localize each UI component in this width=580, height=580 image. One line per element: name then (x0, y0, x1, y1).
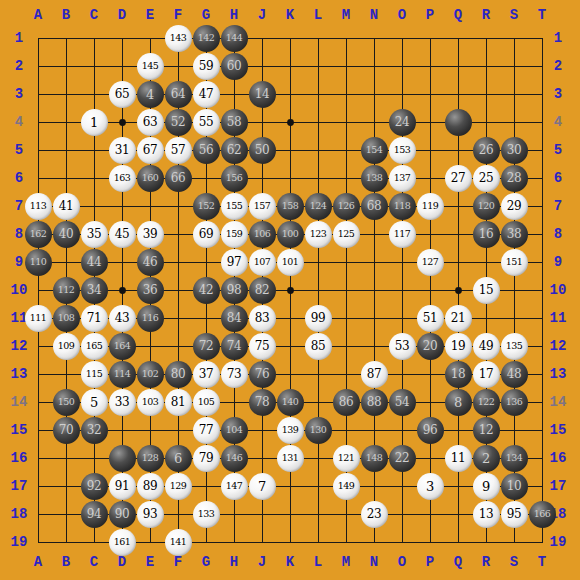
intersection-T2[interactable] (528, 52, 556, 80)
intersection-Q17[interactable] (444, 472, 472, 500)
intersection-N7[interactable]: 68 (360, 192, 388, 220)
white-stone-S7[interactable]: 29 (501, 193, 528, 220)
intersection-Q12[interactable]: 19 (444, 332, 472, 360)
intersection-A2[interactable] (24, 52, 52, 80)
intersection-M12[interactable] (332, 332, 360, 360)
intersection-Q6[interactable]: 27 (444, 164, 472, 192)
intersection-G3[interactable]: 47 (192, 80, 220, 108)
intersection-H4[interactable]: 58 (220, 108, 248, 136)
intersection-P11[interactable]: 51 (416, 304, 444, 332)
black-stone-E16[interactable]: 128 (137, 445, 164, 472)
intersection-J17[interactable]: 7 (248, 472, 276, 500)
black-stone-B15[interactable]: 70 (53, 417, 80, 444)
intersection-F14[interactable]: 81 (164, 388, 192, 416)
intersection-F1[interactable]: 143 (164, 24, 192, 52)
intersection-M15[interactable] (332, 416, 360, 444)
white-stone-G15[interactable]: 77 (193, 417, 220, 444)
intersection-D5[interactable]: 31 (108, 136, 136, 164)
intersection-A12[interactable] (24, 332, 52, 360)
white-stone-J11[interactable]: 83 (249, 305, 276, 332)
intersection-B18[interactable] (52, 500, 80, 528)
intersection-L10[interactable] (304, 276, 332, 304)
intersection-S16[interactable]: 134 (500, 444, 528, 472)
intersection-O2[interactable] (388, 52, 416, 80)
intersection-H11[interactable]: 84 (220, 304, 248, 332)
intersection-H9[interactable]: 97 (220, 248, 248, 276)
black-stone-H16[interactable]: 146 (221, 445, 248, 472)
intersection-R19[interactable] (472, 528, 500, 556)
intersection-N1[interactable] (360, 24, 388, 52)
white-stone-C8[interactable]: 35 (81, 221, 108, 248)
intersection-F5[interactable]: 57 (164, 136, 192, 164)
black-stone-J5[interactable]: 50 (249, 137, 276, 164)
white-stone-O6[interactable]: 137 (389, 165, 416, 192)
black-stone-R16[interactable]: 2 (473, 445, 500, 472)
intersection-L2[interactable] (304, 52, 332, 80)
intersection-T17[interactable] (528, 472, 556, 500)
white-stone-P9[interactable]: 127 (417, 249, 444, 276)
intersection-D10[interactable] (108, 276, 136, 304)
white-stone-C4[interactable]: 1 (81, 109, 108, 136)
intersection-B16[interactable] (52, 444, 80, 472)
black-stone-Q13[interactable]: 18 (445, 361, 472, 388)
intersection-O18[interactable] (388, 500, 416, 528)
intersection-D3[interactable]: 65 (108, 80, 136, 108)
intersection-P9[interactable]: 127 (416, 248, 444, 276)
intersection-K1[interactable] (276, 24, 304, 52)
intersection-P12[interactable]: 20 (416, 332, 444, 360)
black-stone-Q4[interactable] (445, 109, 472, 136)
black-stone-C9[interactable]: 44 (81, 249, 108, 276)
white-stone-R10[interactable]: 15 (473, 277, 500, 304)
intersection-J8[interactable]: 106 (248, 220, 276, 248)
white-stone-R6[interactable]: 25 (473, 165, 500, 192)
intersection-T7[interactable] (528, 192, 556, 220)
black-stone-M7[interactable]: 126 (333, 193, 360, 220)
intersection-Q18[interactable] (444, 500, 472, 528)
intersection-E1[interactable] (136, 24, 164, 52)
white-stone-H9[interactable]: 97 (221, 249, 248, 276)
intersection-G8[interactable]: 69 (192, 220, 220, 248)
intersection-H18[interactable] (220, 500, 248, 528)
intersection-O9[interactable] (388, 248, 416, 276)
intersection-D17[interactable]: 91 (108, 472, 136, 500)
black-stone-R5[interactable]: 26 (473, 137, 500, 164)
intersection-S3[interactable] (500, 80, 528, 108)
intersection-R1[interactable] (472, 24, 500, 52)
intersection-P7[interactable]: 119 (416, 192, 444, 220)
white-stone-D19[interactable]: 161 (109, 529, 136, 556)
intersection-L15[interactable]: 130 (304, 416, 332, 444)
black-stone-F16[interactable]: 6 (165, 445, 192, 472)
intersection-P18[interactable] (416, 500, 444, 528)
white-stone-S9[interactable]: 151 (501, 249, 528, 276)
intersection-J9[interactable]: 107 (248, 248, 276, 276)
black-stone-H11[interactable]: 84 (221, 305, 248, 332)
white-stone-Q6[interactable]: 27 (445, 165, 472, 192)
intersection-M9[interactable] (332, 248, 360, 276)
white-stone-F19[interactable]: 141 (165, 529, 192, 556)
intersection-T15[interactable] (528, 416, 556, 444)
intersection-E4[interactable]: 63 (136, 108, 164, 136)
intersection-L11[interactable]: 99 (304, 304, 332, 332)
intersection-R4[interactable] (472, 108, 500, 136)
white-stone-L11[interactable]: 99 (305, 305, 332, 332)
intersection-G19[interactable] (192, 528, 220, 556)
intersection-E2[interactable]: 145 (136, 52, 164, 80)
white-stone-N13[interactable]: 87 (361, 361, 388, 388)
intersection-C15[interactable]: 32 (80, 416, 108, 444)
intersection-Q19[interactable] (444, 528, 472, 556)
white-stone-D17[interactable]: 91 (109, 473, 136, 500)
intersection-M19[interactable] (332, 528, 360, 556)
intersection-B14[interactable]: 150 (52, 388, 80, 416)
intersection-S7[interactable]: 29 (500, 192, 528, 220)
intersection-S13[interactable]: 48 (500, 360, 528, 388)
black-stone-R15[interactable]: 12 (473, 417, 500, 444)
intersection-B8[interactable]: 40 (52, 220, 80, 248)
intersection-P15[interactable]: 96 (416, 416, 444, 444)
white-stone-R13[interactable]: 17 (473, 361, 500, 388)
intersection-B7[interactable]: 41 (52, 192, 80, 220)
intersection-F19[interactable]: 141 (164, 528, 192, 556)
black-stone-R8[interactable]: 16 (473, 221, 500, 248)
black-stone-N16[interactable]: 148 (361, 445, 388, 472)
intersection-T13[interactable] (528, 360, 556, 388)
black-stone-H15[interactable]: 104 (221, 417, 248, 444)
black-stone-H10[interactable]: 98 (221, 277, 248, 304)
intersection-D11[interactable]: 43 (108, 304, 136, 332)
intersection-L4[interactable] (304, 108, 332, 136)
intersection-M8[interactable]: 125 (332, 220, 360, 248)
intersection-T12[interactable] (528, 332, 556, 360)
intersection-H7[interactable]: 155 (220, 192, 248, 220)
intersection-L1[interactable] (304, 24, 332, 52)
intersection-B3[interactable] (52, 80, 80, 108)
black-stone-E11[interactable]: 116 (137, 305, 164, 332)
intersection-C12[interactable]: 165 (80, 332, 108, 360)
intersection-N15[interactable] (360, 416, 388, 444)
white-stone-D3[interactable]: 65 (109, 81, 136, 108)
intersection-E16[interactable]: 128 (136, 444, 164, 472)
black-stone-K8[interactable]: 100 (277, 221, 304, 248)
intersection-A16[interactable] (24, 444, 52, 472)
intersection-M10[interactable] (332, 276, 360, 304)
intersection-G9[interactable] (192, 248, 220, 276)
white-stone-B12[interactable]: 109 (53, 333, 80, 360)
intersection-H6[interactable]: 156 (220, 164, 248, 192)
intersection-T3[interactable] (528, 80, 556, 108)
intersection-Q11[interactable]: 21 (444, 304, 472, 332)
intersection-E11[interactable]: 116 (136, 304, 164, 332)
intersection-A19[interactable] (24, 528, 52, 556)
black-stone-C18[interactable]: 94 (81, 501, 108, 528)
intersection-G6[interactable] (192, 164, 220, 192)
white-stone-M17[interactable]: 149 (333, 473, 360, 500)
intersection-G5[interactable]: 56 (192, 136, 220, 164)
white-stone-H7[interactable]: 155 (221, 193, 248, 220)
intersection-C6[interactable] (80, 164, 108, 192)
intersection-B1[interactable] (52, 24, 80, 52)
intersection-M18[interactable] (332, 500, 360, 528)
intersection-O4[interactable]: 24 (388, 108, 416, 136)
black-stone-D18[interactable]: 90 (109, 501, 136, 528)
intersection-C13[interactable]: 115 (80, 360, 108, 388)
black-stone-P15[interactable]: 96 (417, 417, 444, 444)
black-stone-L7[interactable]: 124 (305, 193, 332, 220)
intersection-C18[interactable]: 94 (80, 500, 108, 528)
black-stone-H4[interactable]: 58 (221, 109, 248, 136)
intersection-Q10[interactable] (444, 276, 472, 304)
intersection-B15[interactable]: 70 (52, 416, 80, 444)
intersection-R8[interactable]: 16 (472, 220, 500, 248)
white-stone-E4[interactable]: 63 (137, 109, 164, 136)
intersection-K11[interactable] (276, 304, 304, 332)
intersection-T10[interactable] (528, 276, 556, 304)
intersection-S5[interactable]: 30 (500, 136, 528, 164)
intersection-L9[interactable] (304, 248, 332, 276)
intersection-M5[interactable] (332, 136, 360, 164)
intersection-O10[interactable] (388, 276, 416, 304)
intersection-P1[interactable] (416, 24, 444, 52)
intersection-R16[interactable]: 2 (472, 444, 500, 472)
intersection-K17[interactable] (276, 472, 304, 500)
intersection-C7[interactable] (80, 192, 108, 220)
intersection-T5[interactable] (528, 136, 556, 164)
intersection-P8[interactable] (416, 220, 444, 248)
intersection-N19[interactable] (360, 528, 388, 556)
black-stone-K14[interactable]: 140 (277, 389, 304, 416)
black-stone-D16[interactable] (109, 445, 136, 472)
intersection-J3[interactable]: 14 (248, 80, 276, 108)
intersection-H19[interactable] (220, 528, 248, 556)
intersection-P6[interactable] (416, 164, 444, 192)
intersection-H16[interactable]: 146 (220, 444, 248, 472)
intersection-M11[interactable] (332, 304, 360, 332)
intersection-P13[interactable] (416, 360, 444, 388)
intersection-K18[interactable] (276, 500, 304, 528)
white-stone-D14[interactable]: 33 (109, 389, 136, 416)
intersection-N9[interactable] (360, 248, 388, 276)
white-stone-Q16[interactable]: 11 (445, 445, 472, 472)
intersection-E13[interactable]: 102 (136, 360, 164, 388)
intersection-K7[interactable]: 158 (276, 192, 304, 220)
intersection-A9[interactable]: 110 (24, 248, 52, 276)
intersection-A6[interactable] (24, 164, 52, 192)
intersection-E10[interactable]: 36 (136, 276, 164, 304)
white-stone-L12[interactable]: 85 (305, 333, 332, 360)
black-stone-B10[interactable]: 112 (53, 277, 80, 304)
black-stone-E6[interactable]: 160 (137, 165, 164, 192)
black-stone-C10[interactable]: 34 (81, 277, 108, 304)
intersection-A14[interactable] (24, 388, 52, 416)
intersection-C5[interactable] (80, 136, 108, 164)
intersection-T6[interactable] (528, 164, 556, 192)
intersection-F17[interactable]: 129 (164, 472, 192, 500)
black-stone-R14[interactable]: 122 (473, 389, 500, 416)
intersection-D6[interactable]: 163 (108, 164, 136, 192)
black-stone-T18[interactable]: 166 (529, 501, 556, 528)
intersection-L7[interactable]: 124 (304, 192, 332, 220)
intersection-O11[interactable] (388, 304, 416, 332)
intersection-R11[interactable] (472, 304, 500, 332)
black-stone-O4[interactable]: 24 (389, 109, 416, 136)
intersection-G13[interactable]: 37 (192, 360, 220, 388)
white-stone-G2[interactable]: 59 (193, 53, 220, 80)
intersection-B13[interactable] (52, 360, 80, 388)
intersection-N12[interactable] (360, 332, 388, 360)
intersection-H12[interactable]: 74 (220, 332, 248, 360)
intersection-F10[interactable] (164, 276, 192, 304)
intersection-T9[interactable] (528, 248, 556, 276)
intersection-T11[interactable] (528, 304, 556, 332)
intersection-L12[interactable]: 85 (304, 332, 332, 360)
white-stone-P17[interactable]: 3 (417, 473, 444, 500)
black-stone-G5[interactable]: 56 (193, 137, 220, 164)
white-stone-E18[interactable]: 93 (137, 501, 164, 528)
white-stone-H13[interactable]: 73 (221, 361, 248, 388)
intersection-G2[interactable]: 59 (192, 52, 220, 80)
white-stone-G14[interactable]: 105 (193, 389, 220, 416)
intersection-F2[interactable] (164, 52, 192, 80)
black-stone-E3[interactable]: 4 (137, 81, 164, 108)
intersection-J1[interactable] (248, 24, 276, 52)
white-stone-G13[interactable]: 37 (193, 361, 220, 388)
intersection-H14[interactable] (220, 388, 248, 416)
intersection-P17[interactable]: 3 (416, 472, 444, 500)
intersection-R18[interactable]: 13 (472, 500, 500, 528)
intersection-J18[interactable] (248, 500, 276, 528)
intersection-E17[interactable]: 89 (136, 472, 164, 500)
intersection-N16[interactable]: 148 (360, 444, 388, 472)
white-stone-H8[interactable]: 159 (221, 221, 248, 248)
intersection-Q8[interactable] (444, 220, 472, 248)
intersection-P10[interactable] (416, 276, 444, 304)
intersection-N3[interactable] (360, 80, 388, 108)
intersection-Q15[interactable] (444, 416, 472, 444)
intersection-S12[interactable]: 135 (500, 332, 528, 360)
intersection-N8[interactable] (360, 220, 388, 248)
intersection-B9[interactable] (52, 248, 80, 276)
intersection-O12[interactable]: 53 (388, 332, 416, 360)
intersection-J19[interactable] (248, 528, 276, 556)
intersection-S10[interactable] (500, 276, 528, 304)
intersection-S19[interactable] (500, 528, 528, 556)
intersection-F16[interactable]: 6 (164, 444, 192, 472)
intersection-J15[interactable] (248, 416, 276, 444)
intersection-O7[interactable]: 118 (388, 192, 416, 220)
intersection-R17[interactable]: 9 (472, 472, 500, 500)
intersection-J13[interactable]: 76 (248, 360, 276, 388)
intersection-E14[interactable]: 103 (136, 388, 164, 416)
intersection-Q13[interactable]: 18 (444, 360, 472, 388)
black-stone-E10[interactable]: 36 (137, 277, 164, 304)
intersection-D12[interactable]: 164 (108, 332, 136, 360)
black-stone-J10[interactable]: 82 (249, 277, 276, 304)
white-stone-Q12[interactable]: 19 (445, 333, 472, 360)
white-stone-C12[interactable]: 165 (81, 333, 108, 360)
intersection-N2[interactable] (360, 52, 388, 80)
intersection-D19[interactable]: 161 (108, 528, 136, 556)
white-stone-R12[interactable]: 49 (473, 333, 500, 360)
intersection-H1[interactable]: 144 (220, 24, 248, 52)
intersection-R6[interactable]: 25 (472, 164, 500, 192)
intersection-K9[interactable]: 101 (276, 248, 304, 276)
intersection-G18[interactable]: 133 (192, 500, 220, 528)
intersection-A1[interactable] (24, 24, 52, 52)
black-stone-F13[interactable]: 80 (165, 361, 192, 388)
intersection-H10[interactable]: 98 (220, 276, 248, 304)
black-stone-F3[interactable]: 64 (165, 81, 192, 108)
intersection-F18[interactable] (164, 500, 192, 528)
intersection-J5[interactable]: 50 (248, 136, 276, 164)
black-stone-G1[interactable]: 142 (193, 25, 220, 52)
intersection-C9[interactable]: 44 (80, 248, 108, 276)
intersection-Q5[interactable] (444, 136, 472, 164)
black-stone-S14[interactable]: 136 (501, 389, 528, 416)
white-stone-A11[interactable]: 111 (25, 305, 52, 332)
intersection-S14[interactable]: 136 (500, 388, 528, 416)
intersection-B2[interactable] (52, 52, 80, 80)
intersection-P19[interactable] (416, 528, 444, 556)
white-stone-J9[interactable]: 107 (249, 249, 276, 276)
intersection-F11[interactable] (164, 304, 192, 332)
intersection-E7[interactable] (136, 192, 164, 220)
intersection-C10[interactable]: 34 (80, 276, 108, 304)
black-stone-A9[interactable]: 110 (25, 249, 52, 276)
black-stone-J3[interactable]: 14 (249, 81, 276, 108)
intersection-O13[interactable] (388, 360, 416, 388)
intersection-S2[interactable] (500, 52, 528, 80)
intersection-P14[interactable] (416, 388, 444, 416)
intersection-N5[interactable]: 154 (360, 136, 388, 164)
intersection-O8[interactable]: 117 (388, 220, 416, 248)
intersection-F7[interactable] (164, 192, 192, 220)
intersection-T4[interactable] (528, 108, 556, 136)
intersection-C4[interactable]: 1 (80, 108, 108, 136)
intersection-S15[interactable] (500, 416, 528, 444)
intersection-F3[interactable]: 64 (164, 80, 192, 108)
white-stone-G4[interactable]: 55 (193, 109, 220, 136)
intersection-M16[interactable]: 121 (332, 444, 360, 472)
intersection-C11[interactable]: 71 (80, 304, 108, 332)
intersection-O14[interactable]: 54 (388, 388, 416, 416)
intersection-K5[interactable] (276, 136, 304, 164)
white-stone-E2[interactable]: 145 (137, 53, 164, 80)
white-stone-K15[interactable]: 139 (277, 417, 304, 444)
white-stone-E17[interactable]: 89 (137, 473, 164, 500)
white-stone-J17[interactable]: 7 (249, 473, 276, 500)
intersection-H17[interactable]: 147 (220, 472, 248, 500)
intersection-K4[interactable] (276, 108, 304, 136)
black-stone-S5[interactable]: 30 (501, 137, 528, 164)
intersection-H15[interactable]: 104 (220, 416, 248, 444)
intersection-G1[interactable]: 142 (192, 24, 220, 52)
intersection-G11[interactable] (192, 304, 220, 332)
white-stone-N18[interactable]: 23 (361, 501, 388, 528)
white-stone-F14[interactable]: 81 (165, 389, 192, 416)
black-stone-S13[interactable]: 48 (501, 361, 528, 388)
black-stone-E9[interactable]: 46 (137, 249, 164, 276)
intersection-E15[interactable] (136, 416, 164, 444)
intersection-O19[interactable] (388, 528, 416, 556)
intersection-P16[interactable] (416, 444, 444, 472)
black-stone-H6[interactable]: 156 (221, 165, 248, 192)
intersection-A15[interactable] (24, 416, 52, 444)
intersection-M14[interactable]: 86 (332, 388, 360, 416)
intersection-M13[interactable] (332, 360, 360, 388)
intersection-D18[interactable]: 90 (108, 500, 136, 528)
